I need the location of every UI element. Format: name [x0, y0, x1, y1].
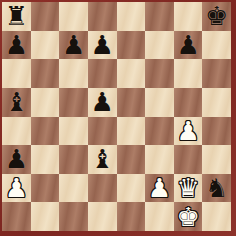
square-f2[interactable]: ♟: [145, 174, 174, 203]
square-f3[interactable]: [145, 145, 174, 174]
square-h1[interactable]: [202, 202, 231, 231]
square-e6[interactable]: [117, 59, 146, 88]
piece-black-pawn-a3[interactable]: ♟: [5, 145, 28, 173]
square-a2[interactable]: ♟: [2, 174, 31, 203]
piece-black-pawn-g7[interactable]: ♟: [176, 31, 199, 59]
square-h6[interactable]: [202, 59, 231, 88]
piece-white-pawn-f2[interactable]: ♟: [148, 174, 171, 202]
square-g7[interactable]: ♟: [174, 31, 203, 60]
square-b2[interactable]: [31, 174, 60, 203]
piece-white-king-g1[interactable]: ♚: [176, 203, 199, 231]
square-h4[interactable]: [202, 117, 231, 146]
piece-black-rook-a8[interactable]: ♜: [5, 2, 28, 30]
piece-white-pawn-a2[interactable]: ♟: [5, 174, 28, 202]
square-h8[interactable]: ♚: [202, 2, 231, 31]
square-d4[interactable]: [88, 117, 117, 146]
square-a7[interactable]: ♟: [2, 31, 31, 60]
square-c6[interactable]: [59, 59, 88, 88]
square-b4[interactable]: [31, 117, 60, 146]
square-h7[interactable]: [202, 31, 231, 60]
square-a6[interactable]: [2, 59, 31, 88]
square-a5[interactable]: ♝: [2, 88, 31, 117]
square-e3[interactable]: [117, 145, 146, 174]
square-e4[interactable]: [117, 117, 146, 146]
square-b3[interactable]: [31, 145, 60, 174]
piece-black-bishop-a5[interactable]: ♝: [5, 88, 28, 116]
square-e5[interactable]: [117, 88, 146, 117]
square-h3[interactable]: [202, 145, 231, 174]
square-a4[interactable]: [2, 117, 31, 146]
square-g1[interactable]: ♚: [174, 202, 203, 231]
square-d3[interactable]: ♝: [88, 145, 117, 174]
square-d1[interactable]: [88, 202, 117, 231]
square-h5[interactable]: [202, 88, 231, 117]
square-e7[interactable]: [117, 31, 146, 60]
square-h2[interactable]: ♞: [202, 174, 231, 203]
square-c5[interactable]: [59, 88, 88, 117]
square-f6[interactable]: [145, 59, 174, 88]
square-g5[interactable]: [174, 88, 203, 117]
square-f8[interactable]: [145, 2, 174, 31]
square-b7[interactable]: [31, 31, 60, 60]
square-g4[interactable]: ♟: [174, 117, 203, 146]
piece-black-pawn-c7[interactable]: ♟: [62, 31, 85, 59]
square-c1[interactable]: [59, 202, 88, 231]
square-f7[interactable]: [145, 31, 174, 60]
square-c8[interactable]: [59, 2, 88, 31]
square-b1[interactable]: [31, 202, 60, 231]
piece-black-pawn-d5[interactable]: ♟: [91, 88, 114, 116]
square-f4[interactable]: [145, 117, 174, 146]
piece-black-bishop-d3[interactable]: ♝: [91, 145, 114, 173]
square-g3[interactable]: [174, 145, 203, 174]
piece-white-queen-g2[interactable]: ♛: [176, 174, 199, 202]
square-c4[interactable]: [59, 117, 88, 146]
piece-black-king-h8[interactable]: ♚: [205, 2, 228, 30]
square-b5[interactable]: [31, 88, 60, 117]
square-g6[interactable]: [174, 59, 203, 88]
square-e2[interactable]: [117, 174, 146, 203]
square-d8[interactable]: [88, 2, 117, 31]
chess-board: ♜♚♟♟♟♟♝♟♟♟♝♟♟♛♞♚: [2, 2, 231, 231]
square-d2[interactable]: [88, 174, 117, 203]
square-a8[interactable]: ♜: [2, 2, 31, 31]
piece-white-pawn-g4[interactable]: ♟: [176, 117, 199, 145]
piece-black-knight-h2[interactable]: ♞: [205, 174, 228, 202]
square-e1[interactable]: [117, 202, 146, 231]
square-f5[interactable]: [145, 88, 174, 117]
square-d7[interactable]: ♟: [88, 31, 117, 60]
square-c3[interactable]: [59, 145, 88, 174]
chess-board-frame: ♜♚♟♟♟♟♝♟♟♟♝♟♟♛♞♚: [0, 0, 236, 236]
piece-black-pawn-a7[interactable]: ♟: [5, 31, 28, 59]
square-c2[interactable]: [59, 174, 88, 203]
square-d6[interactable]: [88, 59, 117, 88]
square-e8[interactable]: [117, 2, 146, 31]
square-b6[interactable]: [31, 59, 60, 88]
square-g8[interactable]: [174, 2, 203, 31]
square-f1[interactable]: [145, 202, 174, 231]
square-a3[interactable]: ♟: [2, 145, 31, 174]
square-a1[interactable]: [2, 202, 31, 231]
square-d5[interactable]: ♟: [88, 88, 117, 117]
square-b8[interactable]: [31, 2, 60, 31]
square-g2[interactable]: ♛: [174, 174, 203, 203]
square-c7[interactable]: ♟: [59, 31, 88, 60]
piece-black-pawn-d7[interactable]: ♟: [91, 31, 114, 59]
